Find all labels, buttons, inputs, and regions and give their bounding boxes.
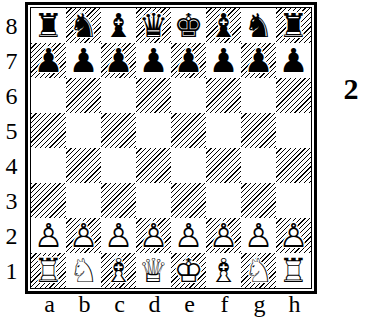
square-c3	[101, 183, 136, 218]
file-label-d: d	[137, 291, 172, 318]
square-a8: ♜♜	[31, 8, 66, 43]
square-g7: ♟♟	[241, 43, 276, 78]
square-h5	[276, 113, 311, 148]
square-d7: ♟♟	[136, 43, 171, 78]
black-pawn: ♟	[136, 43, 171, 76]
white-pawn: ♙	[66, 218, 101, 251]
white-pawn-halo: ♟	[206, 218, 241, 251]
square-c4	[101, 148, 136, 183]
board-squares: ♜♜♞♞♝♝♛♛♚♚♝♝♞♞♜♜♟♟♟♟♟♟♟♟♟♟♟♟♟♟♟♟♟♙♟♙♟♙♟♙…	[31, 8, 311, 288]
square-d6	[136, 78, 171, 113]
rank-label-7: 7	[0, 44, 23, 79]
square-h8: ♜♜	[276, 8, 311, 43]
black-king: ♚	[171, 8, 206, 41]
square-h6	[276, 78, 311, 113]
black-pawn-halo: ♟	[31, 43, 66, 76]
file-label-b: b	[67, 291, 102, 318]
square-f6	[206, 78, 241, 113]
black-pawn-halo: ♟	[206, 43, 241, 76]
black-knight-halo: ♞	[66, 8, 101, 41]
square-g6	[241, 78, 276, 113]
white-knight-halo: ♞	[66, 253, 101, 286]
black-pawn: ♟	[66, 43, 101, 76]
black-pawn: ♟	[276, 43, 311, 76]
black-pawn-halo: ♟	[171, 43, 206, 76]
square-a1: ♜♖	[31, 253, 66, 288]
black-pawn: ♟	[241, 43, 276, 76]
square-g8: ♞♞	[241, 8, 276, 43]
white-pawn-halo: ♟	[101, 218, 136, 251]
white-pawn: ♙	[136, 218, 171, 251]
square-b3	[66, 183, 101, 218]
square-g1: ♞♘	[241, 253, 276, 288]
black-rook: ♜	[31, 8, 66, 41]
white-rook-halo: ♜	[31, 253, 66, 286]
square-d1: ♛♕	[136, 253, 171, 288]
white-king: ♔	[171, 253, 206, 286]
square-d2: ♟♙	[136, 218, 171, 253]
white-pawn-halo: ♟	[241, 218, 276, 251]
square-a4	[31, 148, 66, 183]
square-f7: ♟♟	[206, 43, 241, 78]
white-bishop-halo: ♝	[206, 253, 241, 286]
square-f2: ♟♙	[206, 218, 241, 253]
square-b8: ♞♞	[66, 8, 101, 43]
white-king-halo: ♚	[171, 253, 206, 286]
file-label-h: h	[277, 291, 312, 318]
black-bishop-halo: ♝	[101, 8, 136, 41]
square-g5	[241, 113, 276, 148]
square-a2: ♟♙	[31, 218, 66, 253]
white-queen: ♕	[136, 253, 171, 286]
white-pawn-halo: ♟	[31, 218, 66, 251]
square-d3	[136, 183, 171, 218]
black-rook: ♜	[276, 8, 311, 41]
square-c5	[101, 113, 136, 148]
square-b2: ♟♙	[66, 218, 101, 253]
black-queen-halo: ♛	[136, 8, 171, 41]
white-pawn: ♙	[276, 218, 311, 251]
black-pawn-halo: ♟	[241, 43, 276, 76]
white-bishop: ♗	[101, 253, 136, 286]
square-a6	[31, 78, 66, 113]
rank-label-2: 2	[0, 219, 23, 254]
square-h2: ♟♙	[276, 218, 311, 253]
file-labels: abcdefgh	[32, 291, 312, 318]
black-queen: ♛	[136, 8, 171, 41]
square-d8: ♛♛	[136, 8, 171, 43]
file-label-g: g	[242, 291, 277, 318]
square-b4	[66, 148, 101, 183]
black-pawn-halo: ♟	[136, 43, 171, 76]
rank-labels: 87654321	[0, 9, 23, 289]
white-bishop-halo: ♝	[101, 253, 136, 286]
black-knight: ♞	[66, 8, 101, 41]
file-label-c: c	[102, 291, 137, 318]
white-bishop: ♗	[206, 253, 241, 286]
square-h4	[276, 148, 311, 183]
board-inner-border: ♜♜♞♞♝♝♛♛♚♚♝♝♞♞♜♜♟♟♟♟♟♟♟♟♟♟♟♟♟♟♟♟♟♙♟♙♟♙♟♙…	[30, 7, 312, 289]
square-c8: ♝♝	[101, 8, 136, 43]
black-knight-halo: ♞	[241, 8, 276, 41]
rank-label-3: 3	[0, 184, 23, 219]
diagram-number: 2	[337, 72, 365, 106]
black-bishop: ♝	[206, 8, 241, 41]
square-e2: ♟♙	[171, 218, 206, 253]
square-b6	[66, 78, 101, 113]
rank-label-4: 4	[0, 149, 23, 184]
black-pawn: ♟	[171, 43, 206, 76]
black-pawn: ♟	[101, 43, 136, 76]
white-knight: ♘	[66, 253, 101, 286]
black-rook-halo: ♜	[276, 8, 311, 41]
square-e3	[171, 183, 206, 218]
square-f8: ♝♝	[206, 8, 241, 43]
white-pawn: ♙	[31, 218, 66, 251]
black-bishop-halo: ♝	[206, 8, 241, 41]
white-knight-halo: ♞	[241, 253, 276, 286]
square-f5	[206, 113, 241, 148]
rank-label-6: 6	[0, 79, 23, 114]
black-knight: ♞	[241, 8, 276, 41]
white-rook: ♖	[31, 253, 66, 286]
square-g2: ♟♙	[241, 218, 276, 253]
rank-label-1: 1	[0, 254, 23, 289]
square-c6	[101, 78, 136, 113]
black-pawn: ♟	[31, 43, 66, 76]
white-pawn: ♙	[206, 218, 241, 251]
white-pawn: ♙	[241, 218, 276, 251]
square-h3	[276, 183, 311, 218]
square-g3	[241, 183, 276, 218]
square-b5	[66, 113, 101, 148]
white-knight: ♘	[241, 253, 276, 286]
square-e1: ♚♔	[171, 253, 206, 288]
black-pawn-halo: ♟	[101, 43, 136, 76]
white-queen-halo: ♛	[136, 253, 171, 286]
square-a5	[31, 113, 66, 148]
square-e7: ♟♟	[171, 43, 206, 78]
square-e4	[171, 148, 206, 183]
square-c1: ♝♗	[101, 253, 136, 288]
white-pawn: ♙	[171, 218, 206, 251]
square-a3	[31, 183, 66, 218]
rank-label-5: 5	[0, 114, 23, 149]
square-c7: ♟♟	[101, 43, 136, 78]
chess-diagram: 87654321 ♜♜♞♞♝♝♛♛♚♚♝♝♞♞♜♜♟♟♟♟♟♟♟♟♟♟♟♟♟♟♟…	[0, 0, 365, 319]
square-d5	[136, 113, 171, 148]
white-pawn-halo: ♟	[276, 218, 311, 251]
square-d4	[136, 148, 171, 183]
black-pawn-halo: ♟	[276, 43, 311, 76]
square-e6	[171, 78, 206, 113]
file-label-f: f	[207, 291, 242, 318]
square-e8: ♚♚	[171, 8, 206, 43]
black-bishop: ♝	[101, 8, 136, 41]
black-king-halo: ♚	[171, 8, 206, 41]
square-b7: ♟♟	[66, 43, 101, 78]
board-frame: ♜♜♞♞♝♝♛♛♚♚♝♝♞♞♜♜♟♟♟♟♟♟♟♟♟♟♟♟♟♟♟♟♟♙♟♙♟♙♟♙…	[25, 2, 317, 294]
square-e5	[171, 113, 206, 148]
white-pawn-halo: ♟	[136, 218, 171, 251]
square-b1: ♞♘	[66, 253, 101, 288]
square-f4	[206, 148, 241, 183]
white-rook-halo: ♜	[276, 253, 311, 286]
black-rook-halo: ♜	[31, 8, 66, 41]
white-pawn-halo: ♟	[66, 218, 101, 251]
white-pawn-halo: ♟	[171, 218, 206, 251]
black-pawn-halo: ♟	[66, 43, 101, 76]
file-label-a: a	[32, 291, 67, 318]
black-pawn: ♟	[206, 43, 241, 76]
square-f1: ♝♗	[206, 253, 241, 288]
square-h1: ♜♖	[276, 253, 311, 288]
white-pawn: ♙	[101, 218, 136, 251]
rank-label-8: 8	[0, 9, 23, 44]
square-g4	[241, 148, 276, 183]
square-a7: ♟♟	[31, 43, 66, 78]
square-c2: ♟♙	[101, 218, 136, 253]
square-h7: ♟♟	[276, 43, 311, 78]
file-label-e: e	[172, 291, 207, 318]
white-rook: ♖	[276, 253, 311, 286]
square-f3	[206, 183, 241, 218]
